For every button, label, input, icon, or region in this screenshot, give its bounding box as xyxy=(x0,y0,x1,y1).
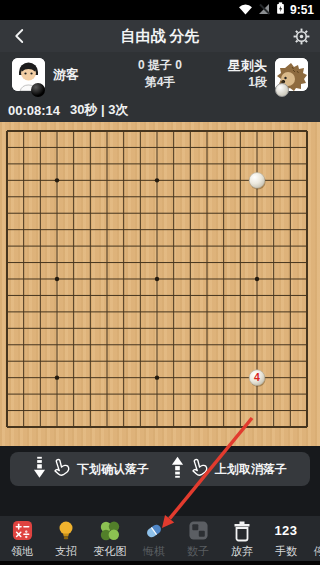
move-number: 第4手 xyxy=(0,74,320,91)
resign-trash-icon xyxy=(232,519,252,542)
white-stone-badge xyxy=(275,83,289,97)
status-time: 9:51 xyxy=(290,3,314,17)
gesture-bar: 下划确认落子 上划取消落子 xyxy=(10,452,310,486)
confirm-move-label: 下划确认落子 xyxy=(77,461,149,478)
hint-bulb-icon xyxy=(57,519,75,542)
game-center-info: 0 提子 0 第4手 xyxy=(0,57,320,91)
undo-pill-icon xyxy=(143,519,165,542)
timer-bar: 00:08:14 30秒 | 3次 xyxy=(0,98,320,122)
resign-button[interactable]: 放弃 xyxy=(220,519,264,561)
title-bar: 自由战 分先 xyxy=(0,20,320,52)
pass-label: 停一手 xyxy=(314,544,320,559)
player-bar: 游客 0 提子 0 第4手 星刺头 1段 xyxy=(0,52,320,98)
hint-button[interactable]: 支招 xyxy=(44,519,88,561)
count-button[interactable]: 数子 xyxy=(176,519,220,561)
hint-label: 支招 xyxy=(55,544,77,559)
battery-charging-icon xyxy=(276,1,285,19)
count-squares-icon xyxy=(188,519,209,542)
no-signal-icon xyxy=(258,1,271,19)
main-time: 00:08:14 xyxy=(8,103,60,118)
status-bar: 9:51 xyxy=(0,0,320,20)
confirm-move-gesture[interactable]: 下划确认落子 xyxy=(33,456,149,483)
variation-circles-icon xyxy=(99,519,121,542)
move-count-label: 手数 xyxy=(275,544,297,559)
cancel-move-label: 上划取消落子 xyxy=(215,461,287,478)
hand-tap-icon xyxy=(186,454,214,484)
go-board-grid: 4 xyxy=(0,122,320,446)
swipe-down-arrow-icon xyxy=(33,456,46,483)
go-board[interactable]: 4 xyxy=(0,122,320,446)
variation-button[interactable]: 变化图 xyxy=(88,519,132,561)
gesture-nav-strip xyxy=(0,561,320,565)
cancel-move-gesture[interactable]: 上划取消落子 xyxy=(171,456,287,483)
move-count-button[interactable]: 123 手数 xyxy=(264,519,308,561)
territory-calculator-icon xyxy=(12,519,33,542)
territory-label: 领地 xyxy=(11,544,33,559)
below-board-area: 下划确认落子 上划取消落子 xyxy=(0,452,320,516)
page-title: 自由战 分先 xyxy=(0,27,320,46)
variation-label: 变化图 xyxy=(94,544,127,559)
captures-count: 0 提子 0 xyxy=(0,57,320,74)
white-player-name: 星刺头 xyxy=(228,57,267,74)
pass-button[interactable]: 停一手 xyxy=(308,519,320,561)
bottom-toolbar: 领地 支招 变化图 悔棋 xyxy=(0,516,320,561)
svg-text:4: 4 xyxy=(254,371,260,383)
hand-tap-icon xyxy=(48,454,76,484)
undo-label: 悔棋 xyxy=(143,544,165,559)
wifi-icon xyxy=(238,1,253,19)
count-label: 数子 xyxy=(187,544,209,559)
settings-gear-icon[interactable] xyxy=(290,25,312,47)
territory-button[interactable]: 领地 xyxy=(0,519,44,561)
resign-label: 放弃 xyxy=(231,544,253,559)
back-button[interactable] xyxy=(8,24,32,48)
white-player-info: 星刺头 1段 xyxy=(228,57,267,91)
black-stone-badge xyxy=(31,83,45,97)
white-player-rank: 1段 xyxy=(228,74,267,91)
swipe-up-arrow-icon xyxy=(171,456,184,483)
undo-button[interactable]: 悔棋 xyxy=(132,519,176,561)
white-stone xyxy=(249,173,265,189)
move-count-icon: 123 xyxy=(274,519,297,542)
byoyomi-time: 30秒 | 3次 xyxy=(70,101,129,119)
